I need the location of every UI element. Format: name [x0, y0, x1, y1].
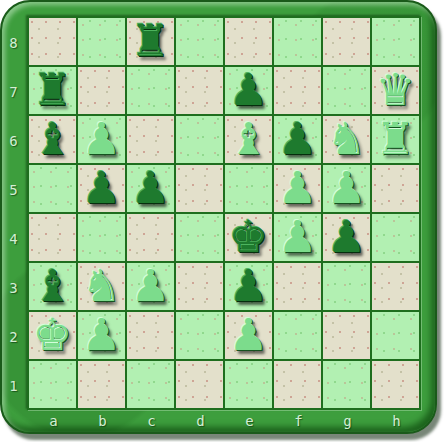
- square-h4[interactable]: [372, 214, 419, 261]
- piece-light-pawn[interactable]: ♟: [327, 164, 366, 211]
- square-d7[interactable]: [176, 67, 223, 114]
- square-g1[interactable]: [323, 361, 370, 408]
- square-h5[interactable]: [372, 165, 419, 212]
- piece-light-queen[interactable]: ♛: [376, 66, 415, 113]
- piece-light-pawn[interactable]: ♟: [278, 213, 317, 260]
- file-label-a: a: [29, 408, 78, 434]
- square-b1[interactable]: [78, 361, 125, 408]
- square-h6[interactable]: ♜: [372, 116, 419, 163]
- piece-dark-rook[interactable]: ♜: [131, 17, 170, 64]
- square-h2[interactable]: [372, 312, 419, 359]
- square-f8[interactable]: [274, 18, 321, 65]
- square-f6[interactable]: ♟: [274, 116, 321, 163]
- piece-light-knight[interactable]: ♞: [327, 115, 366, 162]
- piece-dark-pawn[interactable]: ♟: [82, 164, 121, 211]
- file-labels: abcdefgh: [29, 408, 421, 434]
- square-g6[interactable]: ♞: [323, 116, 370, 163]
- square-c6[interactable]: [127, 116, 174, 163]
- square-e4[interactable]: ♚: [225, 214, 272, 261]
- square-f7[interactable]: [274, 67, 321, 114]
- square-b4[interactable]: [78, 214, 125, 261]
- square-e8[interactable]: [225, 18, 272, 65]
- square-c2[interactable]: [127, 312, 174, 359]
- square-d4[interactable]: [176, 214, 223, 261]
- square-a4[interactable]: [29, 214, 76, 261]
- square-h8[interactable]: [372, 18, 419, 65]
- rank-label-1: 1: [0, 361, 27, 410]
- piece-light-pawn[interactable]: ♟: [82, 115, 121, 162]
- piece-light-pawn[interactable]: ♟: [131, 262, 170, 309]
- square-f4[interactable]: ♟: [274, 214, 321, 261]
- square-e3[interactable]: ♟: [225, 263, 272, 310]
- square-d6[interactable]: [176, 116, 223, 163]
- rank-label-6: 6: [0, 116, 27, 165]
- piece-dark-pawn[interactable]: ♟: [278, 115, 317, 162]
- square-d8[interactable]: [176, 18, 223, 65]
- square-f5[interactable]: ♟: [274, 165, 321, 212]
- file-label-g: g: [323, 408, 372, 434]
- square-f3[interactable]: [274, 263, 321, 310]
- file-label-c: c: [127, 408, 176, 434]
- square-c7[interactable]: [127, 67, 174, 114]
- square-c5[interactable]: ♟: [127, 165, 174, 212]
- piece-light-knight[interactable]: ♞: [82, 262, 121, 309]
- rank-label-4: 4: [0, 214, 27, 263]
- square-d1[interactable]: [176, 361, 223, 408]
- square-e5[interactable]: [225, 165, 272, 212]
- piece-dark-bishop[interactable]: ♝: [33, 115, 72, 162]
- piece-light-bishop[interactable]: ♝: [229, 115, 268, 162]
- piece-dark-pawn[interactable]: ♟: [229, 262, 268, 309]
- square-a7[interactable]: ♜: [29, 67, 76, 114]
- square-a8[interactable]: [29, 18, 76, 65]
- square-a3[interactable]: ♝: [29, 263, 76, 310]
- board: ♜♜♟♛♝♟♝♟♞♜♟♟♟♟♚♟♟♝♞♟♟♚♟♟: [27, 16, 421, 410]
- piece-light-pawn[interactable]: ♟: [278, 164, 317, 211]
- square-h7[interactable]: ♛: [372, 67, 419, 114]
- piece-dark-king[interactable]: ♚: [229, 213, 268, 260]
- square-g8[interactable]: [323, 18, 370, 65]
- piece-light-king[interactable]: ♚: [33, 311, 72, 358]
- square-h3[interactable]: [372, 263, 419, 310]
- piece-dark-pawn[interactable]: ♟: [327, 213, 366, 260]
- square-g3[interactable]: [323, 263, 370, 310]
- square-b7[interactable]: [78, 67, 125, 114]
- square-d2[interactable]: [176, 312, 223, 359]
- piece-dark-bishop[interactable]: ♝: [33, 262, 72, 309]
- square-c8[interactable]: ♜: [127, 18, 174, 65]
- rank-label-2: 2: [0, 312, 27, 361]
- file-label-e: e: [225, 408, 274, 434]
- square-c3[interactable]: ♟: [127, 263, 174, 310]
- piece-dark-pawn[interactable]: ♟: [229, 66, 268, 113]
- square-e7[interactable]: ♟: [225, 67, 272, 114]
- square-c1[interactable]: [127, 361, 174, 408]
- rank-labels: 87654321: [0, 18, 27, 410]
- square-d3[interactable]: [176, 263, 223, 310]
- square-h1[interactable]: [372, 361, 419, 408]
- piece-light-pawn[interactable]: ♟: [82, 311, 121, 358]
- square-f2[interactable]: [274, 312, 321, 359]
- rank-label-5: 5: [0, 165, 27, 214]
- square-b6[interactable]: ♟: [78, 116, 125, 163]
- square-a6[interactable]: ♝: [29, 116, 76, 163]
- square-g7[interactable]: [323, 67, 370, 114]
- piece-light-rook[interactable]: ♜: [376, 115, 415, 162]
- square-e1[interactable]: [225, 361, 272, 408]
- piece-dark-rook[interactable]: ♜: [33, 66, 72, 113]
- square-b5[interactable]: ♟: [78, 165, 125, 212]
- square-e6[interactable]: ♝: [225, 116, 272, 163]
- file-label-d: d: [176, 408, 225, 434]
- square-a1[interactable]: [29, 361, 76, 408]
- piece-dark-pawn[interactable]: ♟: [131, 164, 170, 211]
- file-label-b: b: [78, 408, 127, 434]
- square-g4[interactable]: ♟: [323, 214, 370, 261]
- square-g5[interactable]: ♟: [323, 165, 370, 212]
- piece-light-pawn[interactable]: ♟: [229, 311, 268, 358]
- square-c4[interactable]: [127, 214, 174, 261]
- square-a2[interactable]: ♚: [29, 312, 76, 359]
- rank-label-8: 8: [0, 18, 27, 67]
- square-b8[interactable]: [78, 18, 125, 65]
- square-a5[interactable]: [29, 165, 76, 212]
- rank-label-7: 7: [0, 67, 27, 116]
- file-label-h: h: [372, 408, 421, 434]
- square-b2[interactable]: ♟: [78, 312, 125, 359]
- rank-label-3: 3: [0, 263, 27, 312]
- square-d5[interactable]: [176, 165, 223, 212]
- square-e2[interactable]: ♟: [225, 312, 272, 359]
- square-b3[interactable]: ♞: [78, 263, 125, 310]
- square-g2[interactable]: [323, 312, 370, 359]
- file-label-f: f: [274, 408, 323, 434]
- square-f1[interactable]: [274, 361, 321, 408]
